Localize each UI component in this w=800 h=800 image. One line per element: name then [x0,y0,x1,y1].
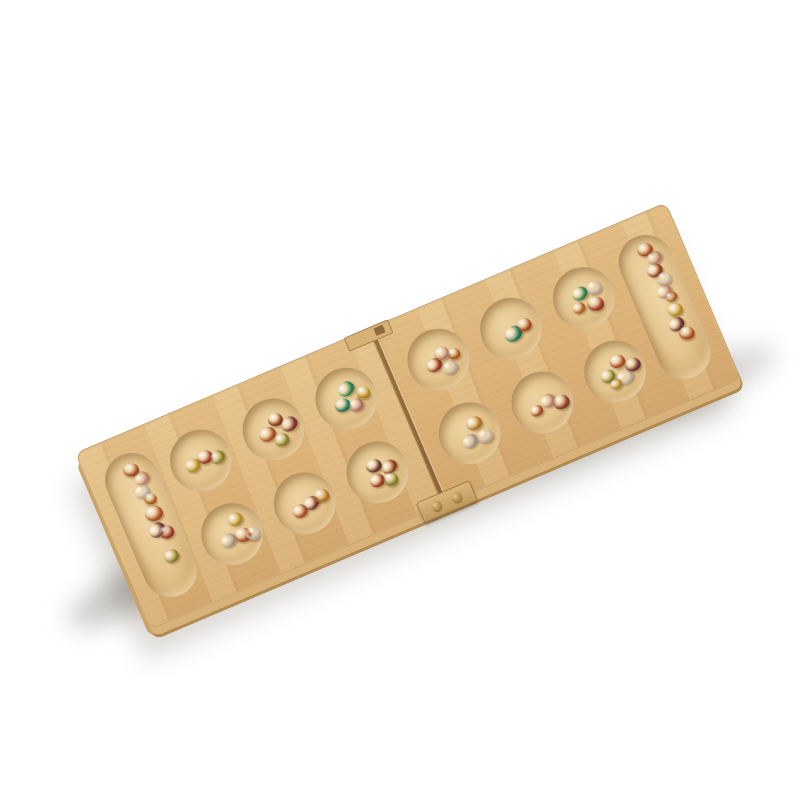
stone-white [656,271,672,285]
stone-orange [447,348,461,360]
pit-back-2[interactable] [233,389,314,470]
stone-olive [162,548,181,566]
hinge-pin-icon [450,491,463,504]
stone-carnelian [608,354,626,369]
pit-back-4[interactable] [398,319,479,400]
stone-orange [143,492,157,505]
stone-yellow [666,302,684,318]
pit-back-5[interactable] [470,288,551,369]
product-photo-scene [0,0,800,800]
right-pit-grid [398,257,656,474]
pit-back-6[interactable] [543,257,624,338]
stone-olive [207,448,227,467]
latch-slot [373,325,385,336]
left-pit-grid [160,358,418,575]
stone-green [335,378,357,399]
stone-carnelian [516,317,533,332]
stone-carnelian [143,505,164,524]
pit-front-1[interactable] [192,493,273,574]
pit-back-1[interactable] [160,420,241,501]
pit-front-6[interactable] [574,331,655,412]
pit-front-5[interactable] [502,362,583,443]
pit-front-4[interactable] [429,393,510,474]
stone-red [159,524,176,539]
hinge-pin-icon [430,499,443,512]
stone-amber [312,488,330,503]
stone-yellow [226,511,245,529]
pit-front-2[interactable] [264,463,345,544]
stone-white [246,527,261,541]
stone-white [476,428,495,444]
pit-front-3[interactable] [337,432,418,513]
stone-orange [571,301,587,316]
mancala-board [75,202,741,630]
stone-red [587,296,605,311]
stone-white [440,358,459,376]
stone-carnelian [679,326,695,340]
pit-back-3[interactable] [306,358,387,439]
stone-olive [383,472,399,486]
